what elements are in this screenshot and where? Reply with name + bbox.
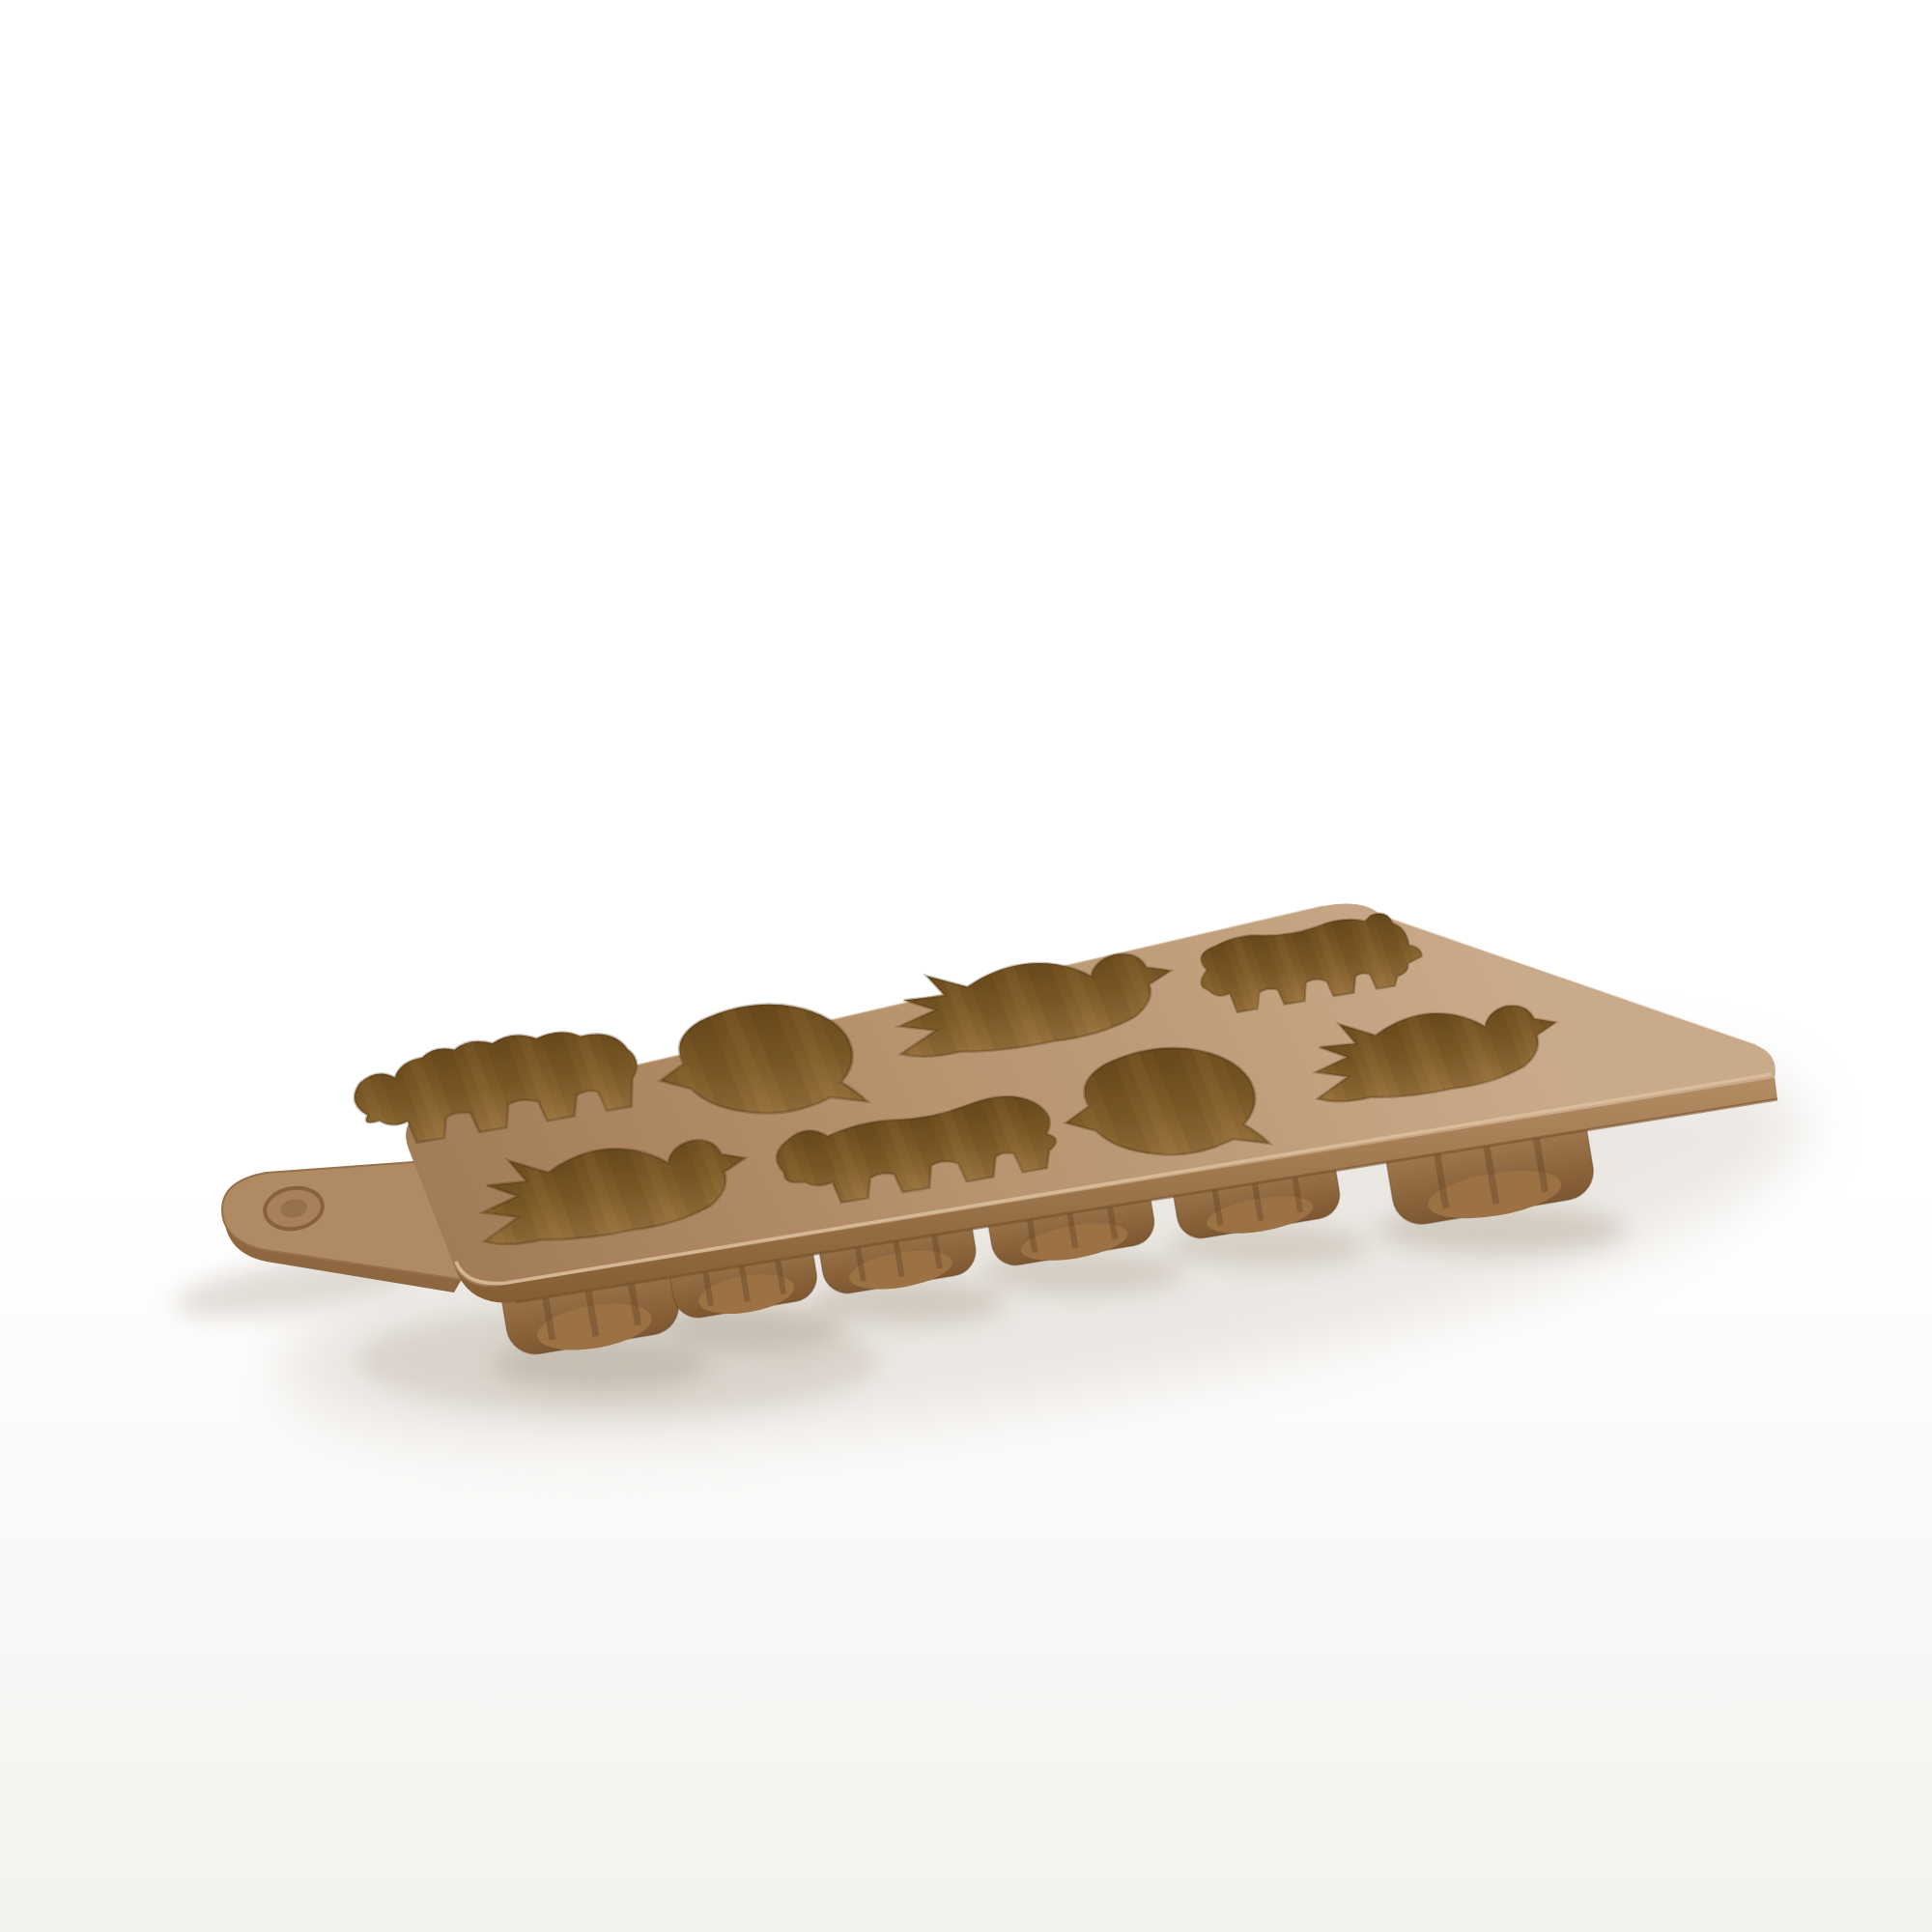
photo-stage	[0, 0, 1932, 1932]
background	[0, 0, 1932, 1932]
mould-photo	[0, 0, 1932, 1932]
